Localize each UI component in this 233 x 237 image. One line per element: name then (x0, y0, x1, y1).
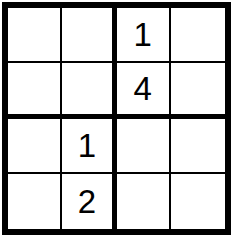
cell-r2c1[interactable] (8, 63, 62, 118)
cell-r3c3[interactable] (117, 119, 171, 174)
cell-r3c2-given[interactable]: 1 (62, 119, 116, 174)
cell-r2c3-given[interactable]: 4 (117, 63, 171, 118)
cell-r1c1[interactable] (8, 8, 62, 63)
cell-r1c2[interactable] (62, 8, 116, 63)
cell-r4c4[interactable] (171, 174, 225, 229)
cell-r2c4[interactable] (171, 63, 225, 118)
cell-r2c2[interactable] (62, 63, 116, 118)
sudoku-board: 1412 (2, 2, 231, 235)
cell-r4c1[interactable] (8, 174, 62, 229)
cell-r1c3-given[interactable]: 1 (117, 8, 171, 63)
cell-r3c4[interactable] (171, 119, 225, 174)
cell-r4c3[interactable] (117, 174, 171, 229)
cell-r1c4[interactable] (171, 8, 225, 63)
cell-r3c1[interactable] (8, 119, 62, 174)
cell-r4c2-given[interactable]: 2 (62, 174, 116, 229)
